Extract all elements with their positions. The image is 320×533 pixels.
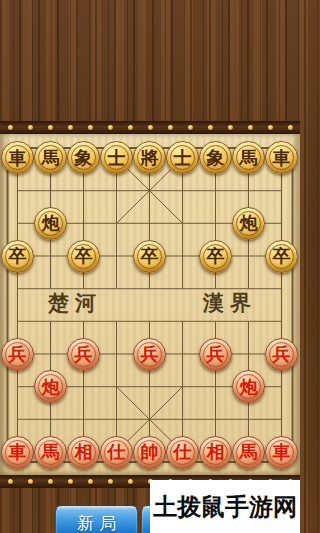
piece-red-soldier[interactable]: 兵	[265, 338, 298, 371]
board-point[interactable]: 炮	[232, 207, 265, 240]
piece-black-elephant[interactable]: 象	[67, 141, 100, 174]
rivet-icon	[48, 125, 53, 130]
board-point[interactable]: 卒	[67, 240, 100, 273]
board-point[interactable]	[199, 305, 232, 338]
piece-red-horse[interactable]: 馬	[34, 436, 67, 469]
watermark-overlay: 土拨鼠手游网	[150, 480, 300, 533]
board-point[interactable]: 兵	[67, 338, 100, 371]
board-point[interactable]	[265, 370, 298, 403]
board-point[interactable]: 車	[265, 436, 298, 469]
board-point[interactable]: 卒	[1, 240, 34, 273]
board-point[interactable]	[100, 272, 133, 305]
board-point[interactable]	[166, 240, 199, 273]
rivet-icon	[8, 479, 13, 484]
new-game-button-label: 新局	[72, 512, 121, 533]
board-point[interactable]	[67, 370, 100, 403]
rivet-icon	[108, 479, 113, 484]
rivet-icon	[68, 479, 73, 484]
board-point[interactable]	[265, 272, 298, 305]
piece-red-cannon[interactable]: 炮	[34, 370, 67, 403]
board-point[interactable]	[199, 207, 232, 240]
board-point[interactable]	[199, 370, 232, 403]
board-point[interactable]	[1, 272, 34, 305]
board-point[interactable]: 炮	[34, 370, 67, 403]
board-point[interactable]: 卒	[133, 240, 166, 273]
board-point[interactable]	[1, 305, 34, 338]
board-point[interactable]	[166, 207, 199, 240]
board-point[interactable]	[265, 174, 298, 207]
board-point[interactable]: 兵	[133, 338, 166, 371]
board-point[interactable]	[232, 403, 265, 436]
board-point[interactable]	[100, 338, 133, 371]
new-game-button[interactable]: 新局	[55, 506, 138, 533]
board-point[interactable]	[133, 207, 166, 240]
rivet-icon	[88, 125, 93, 130]
rivet-icon	[208, 125, 213, 130]
board-point[interactable]	[34, 240, 67, 273]
piece-black-elephant[interactable]: 象	[199, 141, 232, 174]
piece-black-advisor[interactable]: 士	[166, 141, 199, 174]
rivet-icon	[28, 125, 33, 130]
piece-red-soldier[interactable]: 兵	[199, 338, 232, 371]
board-point[interactable]: 馬	[34, 142, 67, 175]
piece-red-general[interactable]: 帥	[133, 436, 166, 469]
board-point[interactable]: 車	[1, 142, 34, 175]
piece-layer: 車馬象士將士象馬車炮炮卒卒卒卒卒兵兵兵兵兵炮炮車馬相仕帥仕相馬車	[1, 142, 298, 469]
rivet-icon	[148, 125, 153, 130]
watermark-text: 土拨鼠手游网	[153, 491, 297, 523]
board-point[interactable]	[1, 370, 34, 403]
rivet-icon	[268, 125, 273, 130]
rivet-icon	[68, 125, 73, 130]
board-point[interactable]	[265, 207, 298, 240]
board-point[interactable]	[166, 174, 199, 207]
piece-red-horse[interactable]: 馬	[232, 436, 265, 469]
piece-red-soldier[interactable]: 兵	[1, 338, 34, 371]
board-point[interactable]	[133, 272, 166, 305]
board-point[interactable]	[166, 272, 199, 305]
board-point[interactable]: 將	[133, 142, 166, 175]
board-point[interactable]	[100, 174, 133, 207]
board-point[interactable]: 仕	[100, 436, 133, 469]
board-point[interactable]	[34, 403, 67, 436]
board-point[interactable]	[133, 174, 166, 207]
piece-black-general[interactable]: 將	[133, 141, 166, 174]
piece-black-soldier[interactable]: 卒	[265, 240, 298, 273]
board-point[interactable]	[133, 370, 166, 403]
board-point[interactable]: 炮	[232, 370, 265, 403]
board-point[interactable]: 相	[67, 436, 100, 469]
piece-black-chariot[interactable]: 車	[265, 141, 298, 174]
board-point[interactable]	[67, 403, 100, 436]
piece-black-advisor[interactable]: 士	[100, 141, 133, 174]
rivet-icon	[128, 479, 133, 484]
board-point[interactable]: 士	[100, 142, 133, 175]
piece-red-chariot[interactable]: 車	[1, 436, 34, 469]
board-point[interactable]	[199, 174, 232, 207]
piece-black-soldier[interactable]: 卒	[133, 240, 166, 273]
piece-black-horse[interactable]: 馬	[34, 141, 67, 174]
piece-red-advisor[interactable]: 仕	[100, 436, 133, 469]
rivet-icon	[288, 125, 293, 130]
piece-black-soldier[interactable]: 卒	[199, 240, 232, 273]
rivet-border-top	[0, 121, 300, 134]
board-point[interactable]: 帥	[133, 436, 166, 469]
rivet-icon	[248, 125, 253, 130]
board-point[interactable]	[67, 207, 100, 240]
rivet-icon	[108, 125, 113, 130]
board-point[interactable]: 仕	[166, 436, 199, 469]
board-point[interactable]	[232, 240, 265, 273]
board-point[interactable]: 卒	[199, 240, 232, 273]
board-point[interactable]	[232, 272, 265, 305]
piece-red-elephant[interactable]: 相	[199, 436, 232, 469]
piece-black-soldier[interactable]: 卒	[1, 240, 34, 273]
piece-red-cannon[interactable]: 炮	[232, 370, 265, 403]
board-point[interactable]: 卒	[265, 240, 298, 273]
board-point[interactable]	[34, 338, 67, 371]
piece-black-cannon[interactable]: 炮	[34, 207, 67, 240]
piece-black-horse[interactable]: 馬	[232, 141, 265, 174]
board-point[interactable]	[166, 370, 199, 403]
rivet-icon	[228, 125, 233, 130]
board-point[interactable]: 兵	[1, 338, 34, 371]
board-point[interactable]: 車	[265, 142, 298, 175]
piece-red-elephant[interactable]: 相	[67, 436, 100, 469]
board-point[interactable]: 相	[199, 436, 232, 469]
rivet-icon	[28, 479, 33, 484]
piece-red-soldier[interactable]: 兵	[133, 338, 166, 371]
piece-black-soldier[interactable]: 卒	[67, 240, 100, 273]
board-point[interactable]	[133, 403, 166, 436]
board-point[interactable]	[265, 403, 298, 436]
board-point[interactable]	[1, 207, 34, 240]
xiangqi-board: 楚河 漢界 車馬象士將士象馬車炮炮卒卒卒卒卒兵兵兵兵兵炮炮車馬相仕帥仕相馬車	[0, 134, 300, 475]
board-point[interactable]	[199, 403, 232, 436]
rivet-icon	[48, 479, 53, 484]
board-point[interactable]	[67, 174, 100, 207]
piece-red-chariot[interactable]: 車	[265, 436, 298, 469]
board-point[interactable]	[100, 370, 133, 403]
rivet-icon	[88, 479, 93, 484]
rivet-icon	[168, 125, 173, 130]
piece-black-chariot[interactable]: 車	[1, 141, 34, 174]
board-point[interactable]: 象	[67, 142, 100, 175]
board-point[interactable]: 馬	[232, 142, 265, 175]
board-point[interactable]	[100, 403, 133, 436]
board-point[interactable]	[100, 305, 133, 338]
board-point[interactable]	[34, 174, 67, 207]
board-point[interactable]	[1, 174, 34, 207]
board-point[interactable]	[265, 305, 298, 338]
board-point[interactable]: 象	[199, 142, 232, 175]
board-point[interactable]	[100, 207, 133, 240]
board-point[interactable]: 兵	[265, 338, 298, 371]
board-point[interactable]	[34, 272, 67, 305]
board-point[interactable]	[67, 305, 100, 338]
board-point[interactable]	[232, 305, 265, 338]
board-point[interactable]	[232, 174, 265, 207]
board-point[interactable]: 車	[1, 436, 34, 469]
piece-red-advisor[interactable]: 仕	[166, 436, 199, 469]
rivet-icon	[8, 125, 13, 130]
board-point[interactable]: 馬	[34, 436, 67, 469]
board-point[interactable]: 炮	[34, 207, 67, 240]
board-point[interactable]	[133, 305, 166, 338]
board-point[interactable]	[199, 272, 232, 305]
board-point[interactable]	[232, 338, 265, 371]
piece-black-cannon[interactable]: 炮	[232, 207, 265, 240]
piece-red-soldier[interactable]: 兵	[67, 338, 100, 371]
rivet-icon	[128, 125, 133, 130]
board-point[interactable]	[1, 403, 34, 436]
board-point[interactable]	[67, 272, 100, 305]
board-point[interactable]	[34, 305, 67, 338]
board-point[interactable]	[166, 305, 199, 338]
board-point[interactable]	[166, 338, 199, 371]
board-point[interactable]	[166, 403, 199, 436]
board-point[interactable]: 兵	[199, 338, 232, 371]
board-point[interactable]	[100, 240, 133, 273]
board-point[interactable]: 馬	[232, 436, 265, 469]
rivet-icon	[188, 125, 193, 130]
board-point[interactable]: 士	[166, 142, 199, 175]
